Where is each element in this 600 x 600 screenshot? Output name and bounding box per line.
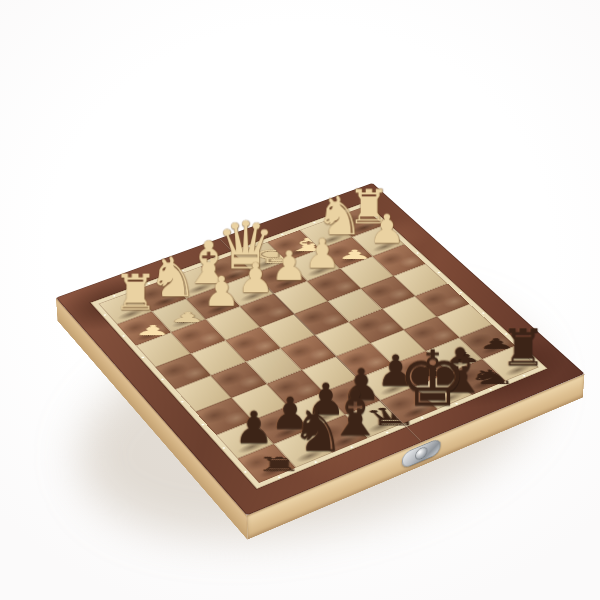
clasp-latch [402,437,441,469]
scene-3d: ♜♞♝♛♚♝♞♜♟♟♟♟♟♟♟♟♟♟♟♟♟♟♟♟♜♞♝♛♚♝♞♜ [0,0,600,600]
chess-box: ♜♞♝♛♚♝♞♜♟♟♟♟♟♟♟♟♟♟♟♟♟♟♟♟♜♞♝♛♚♝♞♜ [56,183,585,515]
square-a6 [437,304,492,338]
clasp-knob [416,446,427,460]
product-photo: ♜♞♝♛♚♝♞♜♟♟♟♟♟♟♟♟♟♟♟♟♟♟♟♟♜♞♝♛♚♝♞♜ [0,0,600,600]
piece-black-pawn-g7: ♟ [269,393,311,435]
